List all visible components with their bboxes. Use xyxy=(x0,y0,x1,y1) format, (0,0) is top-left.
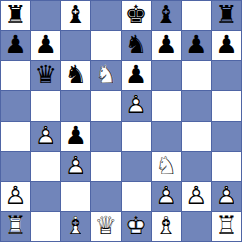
square-d8[interactable] xyxy=(91,1,120,30)
piece-black-pawn: ♟ xyxy=(182,31,211,60)
piece-white-pawn: ♟♙ xyxy=(61,152,90,181)
square-h3[interactable] xyxy=(212,152,241,181)
square-a6[interactable] xyxy=(1,61,30,90)
square-g1[interactable] xyxy=(182,212,211,241)
piece-black-pawn: ♟ xyxy=(152,31,181,60)
piece-black-pawn: ♟ xyxy=(122,61,151,90)
square-g6[interactable] xyxy=(182,61,211,90)
square-c6[interactable]: ♞ xyxy=(61,61,90,90)
piece-black-bishop: ♝ xyxy=(61,1,90,30)
square-c5[interactable] xyxy=(61,91,90,120)
square-f1[interactable]: ♝♗ xyxy=(152,212,181,241)
square-d5[interactable] xyxy=(91,91,120,120)
piece-fill: ♟ xyxy=(215,32,237,57)
piece-black-pawn: ♟ xyxy=(61,122,90,151)
piece-white-pawn: ♟♙ xyxy=(212,182,241,211)
square-e1[interactable]: ♚♔ xyxy=(122,212,151,241)
square-e7[interactable]: ♞ xyxy=(122,31,151,60)
piece-outline: ♙ xyxy=(65,153,87,178)
square-g4[interactable] xyxy=(182,122,211,151)
square-b2[interactable] xyxy=(31,182,60,211)
square-d7[interactable] xyxy=(91,31,120,60)
square-c4[interactable]: ♟ xyxy=(61,122,90,151)
piece-fill: ♟ xyxy=(125,62,147,87)
piece-fill: ♞ xyxy=(65,62,87,87)
piece-fill: ♟ xyxy=(34,32,56,57)
square-h7[interactable]: ♟ xyxy=(212,31,241,60)
piece-outline: ♗ xyxy=(155,213,177,238)
piece-black-king: ♚ xyxy=(122,1,151,30)
piece-black-knight: ♞ xyxy=(122,31,151,60)
chess-board: ♜♝♚♝♜♟♟♞♟♟♟♛♞♞♘♟♟♙♟♙♟♟♙♞♘♟♙♟♙♟♙♟♙♜♖♝♗♛♕♚… xyxy=(0,0,242,242)
square-h4[interactable] xyxy=(212,122,241,151)
square-a4[interactable] xyxy=(1,122,30,151)
piece-black-pawn: ♟ xyxy=(31,31,60,60)
piece-white-rook: ♜♖ xyxy=(212,212,241,241)
square-g3[interactable] xyxy=(182,152,211,181)
piece-white-bishop: ♝♗ xyxy=(152,212,181,241)
square-c8[interactable]: ♝ xyxy=(61,1,90,30)
piece-outline: ♘ xyxy=(95,62,117,87)
piece-black-bishop: ♝ xyxy=(152,1,181,30)
piece-fill: ♟ xyxy=(185,32,207,57)
square-f6[interactable] xyxy=(152,61,181,90)
piece-fill: ♞ xyxy=(125,32,147,57)
piece-outline: ♙ xyxy=(34,123,56,148)
square-e8[interactable]: ♚ xyxy=(122,1,151,30)
square-h1[interactable]: ♜♖ xyxy=(212,212,241,241)
square-h5[interactable] xyxy=(212,91,241,120)
piece-outline: ♔ xyxy=(125,213,147,238)
square-c1[interactable]: ♝♗ xyxy=(61,212,90,241)
square-c3[interactable]: ♟♙ xyxy=(61,152,90,181)
piece-black-queen: ♛ xyxy=(31,61,60,90)
square-h6[interactable] xyxy=(212,61,241,90)
square-f7[interactable]: ♟ xyxy=(152,31,181,60)
square-g7[interactable]: ♟ xyxy=(182,31,211,60)
square-d4[interactable] xyxy=(91,122,120,151)
square-a1[interactable]: ♜♖ xyxy=(1,212,30,241)
square-d1[interactable]: ♛♕ xyxy=(91,212,120,241)
piece-black-rook: ♜ xyxy=(212,1,241,30)
square-g5[interactable] xyxy=(182,91,211,120)
piece-white-pawn: ♟♙ xyxy=(152,182,181,211)
piece-white-king: ♚♔ xyxy=(122,212,151,241)
piece-white-rook: ♜♖ xyxy=(1,212,30,241)
square-d2[interactable] xyxy=(91,182,120,211)
piece-outline: ♘ xyxy=(155,153,177,178)
square-f2[interactable]: ♟♙ xyxy=(152,182,181,211)
square-g2[interactable]: ♟♙ xyxy=(182,182,211,211)
piece-outline: ♖ xyxy=(4,213,26,238)
piece-fill: ♟ xyxy=(155,32,177,57)
piece-fill: ♜ xyxy=(4,2,26,27)
piece-outline: ♖ xyxy=(215,213,237,238)
piece-white-queen: ♛♕ xyxy=(91,212,120,241)
square-g8[interactable] xyxy=(182,1,211,30)
piece-outline: ♙ xyxy=(4,183,26,208)
piece-white-bishop: ♝♗ xyxy=(61,212,90,241)
square-b4[interactable]: ♟♙ xyxy=(31,122,60,151)
square-f8[interactable]: ♝ xyxy=(152,1,181,30)
square-d6[interactable]: ♞♘ xyxy=(91,61,120,90)
piece-black-pawn: ♟ xyxy=(212,31,241,60)
square-c7[interactable] xyxy=(61,31,90,60)
square-b1[interactable] xyxy=(31,212,60,241)
square-c2[interactable] xyxy=(61,182,90,211)
piece-fill: ♜ xyxy=(215,2,237,27)
square-e4[interactable] xyxy=(122,122,151,151)
square-b6[interactable]: ♛ xyxy=(31,61,60,90)
square-h2[interactable]: ♟♙ xyxy=(212,182,241,211)
piece-outline: ♗ xyxy=(65,213,87,238)
square-a3[interactable] xyxy=(1,152,30,181)
piece-outline: ♙ xyxy=(155,183,177,208)
piece-white-pawn: ♟♙ xyxy=(182,182,211,211)
piece-outline: ♙ xyxy=(125,92,147,117)
square-a7[interactable]: ♟ xyxy=(1,31,30,60)
piece-fill: ♟ xyxy=(4,32,26,57)
square-h8[interactable]: ♜ xyxy=(212,1,241,30)
square-a5[interactable] xyxy=(1,91,30,120)
square-e6[interactable]: ♟ xyxy=(122,61,151,90)
square-a2[interactable]: ♟♙ xyxy=(1,182,30,211)
piece-fill: ♝ xyxy=(155,2,177,27)
square-e5[interactable]: ♟♙ xyxy=(122,91,151,120)
square-b3[interactable] xyxy=(31,152,60,181)
piece-fill: ♚ xyxy=(125,2,147,27)
piece-outline: ♕ xyxy=(95,213,117,238)
piece-fill: ♛ xyxy=(34,62,56,87)
square-b7[interactable]: ♟ xyxy=(31,31,60,60)
piece-fill: ♝ xyxy=(65,2,87,27)
piece-white-pawn: ♟♙ xyxy=(1,182,30,211)
piece-white-pawn: ♟♙ xyxy=(31,122,60,151)
square-f5[interactable] xyxy=(152,91,181,120)
piece-white-knight: ♞♘ xyxy=(91,61,120,90)
square-f3[interactable]: ♞♘ xyxy=(152,152,181,181)
square-e2[interactable] xyxy=(122,182,151,211)
piece-black-knight: ♞ xyxy=(61,61,90,90)
square-d3[interactable] xyxy=(91,152,120,181)
piece-black-pawn: ♟ xyxy=(1,31,30,60)
piece-fill: ♟ xyxy=(65,123,87,148)
piece-white-knight: ♞♘ xyxy=(152,152,181,181)
square-a8[interactable]: ♜ xyxy=(1,1,30,30)
square-e3[interactable] xyxy=(122,152,151,181)
piece-white-pawn: ♟♙ xyxy=(122,91,151,120)
piece-outline: ♙ xyxy=(215,183,237,208)
square-f4[interactable] xyxy=(152,122,181,151)
piece-black-rook: ♜ xyxy=(1,1,30,30)
piece-outline: ♙ xyxy=(185,183,207,208)
square-b8[interactable] xyxy=(31,1,60,30)
square-b5[interactable] xyxy=(31,91,60,120)
